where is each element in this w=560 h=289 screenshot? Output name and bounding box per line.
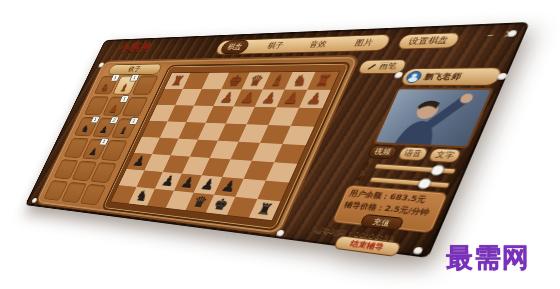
board-panel: 棋子 ♞1♝1♟1♞1♟2♝1♟1 ♜♚♛♝♞♜♟♟♟♟♟♟♟♟♟♟♞♛♚♜	[34, 55, 361, 236]
captured-count-badge: 1	[128, 117, 139, 125]
captured-piece-white-bishop: ♝	[118, 83, 130, 92]
piece-white-rook: ♜	[313, 73, 334, 88]
menu-item[interactable]: 音效	[301, 38, 334, 51]
draw-pen-label: 画笔	[377, 61, 400, 72]
speaker-slider-knob[interactable]	[415, 178, 433, 190]
captured-piece-black-bishop: ♝	[117, 126, 130, 136]
piece-black-pawn: ♟	[219, 179, 239, 195]
avatar-icon	[404, 71, 423, 83]
piece-white-bishop: ♝	[268, 74, 288, 88]
menu-bar: 棋盘棋子音效图片	[214, 34, 393, 55]
site-watermark: 最需网	[446, 240, 530, 276]
teacher-name: 鹏飞老师	[422, 71, 463, 82]
piece-black-queen: ♛	[190, 195, 209, 211]
app-window-3d: 小棋神 棋盘棋子音效图片 设置棋盘 – × 棋子 ♞1♝1♟1♞1♟2♝1♟1 …	[25, 22, 530, 258]
piece-white-pawn: ♟	[239, 91, 258, 105]
piece-white-pawn: ♟	[304, 91, 325, 106]
pencil-icon	[366, 63, 377, 70]
call-mode-button[interactable]: 语音	[396, 146, 430, 161]
teacher-pill[interactable]: 鹏飞老师	[399, 67, 505, 86]
account-info-box: 用户余额：683.5元 辅导价格：2.5元/分钟 充值	[331, 185, 448, 234]
app-title: 小棋神	[117, 41, 155, 55]
child-silhouette	[376, 89, 491, 146]
piece-black-king: ♚	[211, 197, 231, 213]
captured-piece-white-pawn: ♟	[108, 104, 120, 114]
minimize-icon[interactable]: –	[485, 29, 496, 40]
screw-dot	[275, 230, 285, 237]
menu-item[interactable]: 棋子	[260, 39, 291, 52]
microphone-icon	[359, 161, 373, 171]
menu-item[interactable]: 棋盘	[219, 40, 251, 54]
captured-piece-black-pawn: ♟	[98, 125, 110, 135]
mic-slider-track[interactable]	[374, 163, 457, 174]
call-mode-button[interactable]: 视频	[367, 145, 399, 160]
mic-slider-knob[interactable]	[429, 164, 447, 176]
app-window: 小棋神 棋盘棋子音效图片 设置棋盘 – × 棋子 ♞1♝1♟1♞1♟2♝1♟1 …	[25, 22, 530, 258]
webcam-photo	[373, 88, 494, 149]
piece-white-knight: ♞	[290, 74, 310, 88]
recharge-button[interactable]: 充值	[359, 214, 404, 231]
captured-piece-white-knight: ♞	[99, 83, 111, 92]
screw-dot	[496, 73, 508, 80]
piece-white-pawn: ♟	[260, 91, 280, 105]
piece-black-pawn: ♟	[198, 177, 217, 192]
piece-white-pawn: ♟	[282, 91, 302, 106]
captured-piece-black-pawn: ♟	[87, 147, 99, 157]
captured-piece-black-knight: ♞	[79, 125, 91, 135]
screw-dot	[506, 30, 518, 37]
settings-board-button[interactable]: 设置棋盘	[396, 32, 462, 49]
piece-black-rook: ♜	[254, 201, 275, 218]
speaker-icon	[353, 174, 368, 184]
call-mode-button[interactable]: 文字	[427, 148, 462, 163]
menu-item[interactable]: 图片	[346, 36, 382, 50]
piece-white-queen: ♛	[246, 74, 265, 88]
screw-dot	[412, 247, 423, 255]
